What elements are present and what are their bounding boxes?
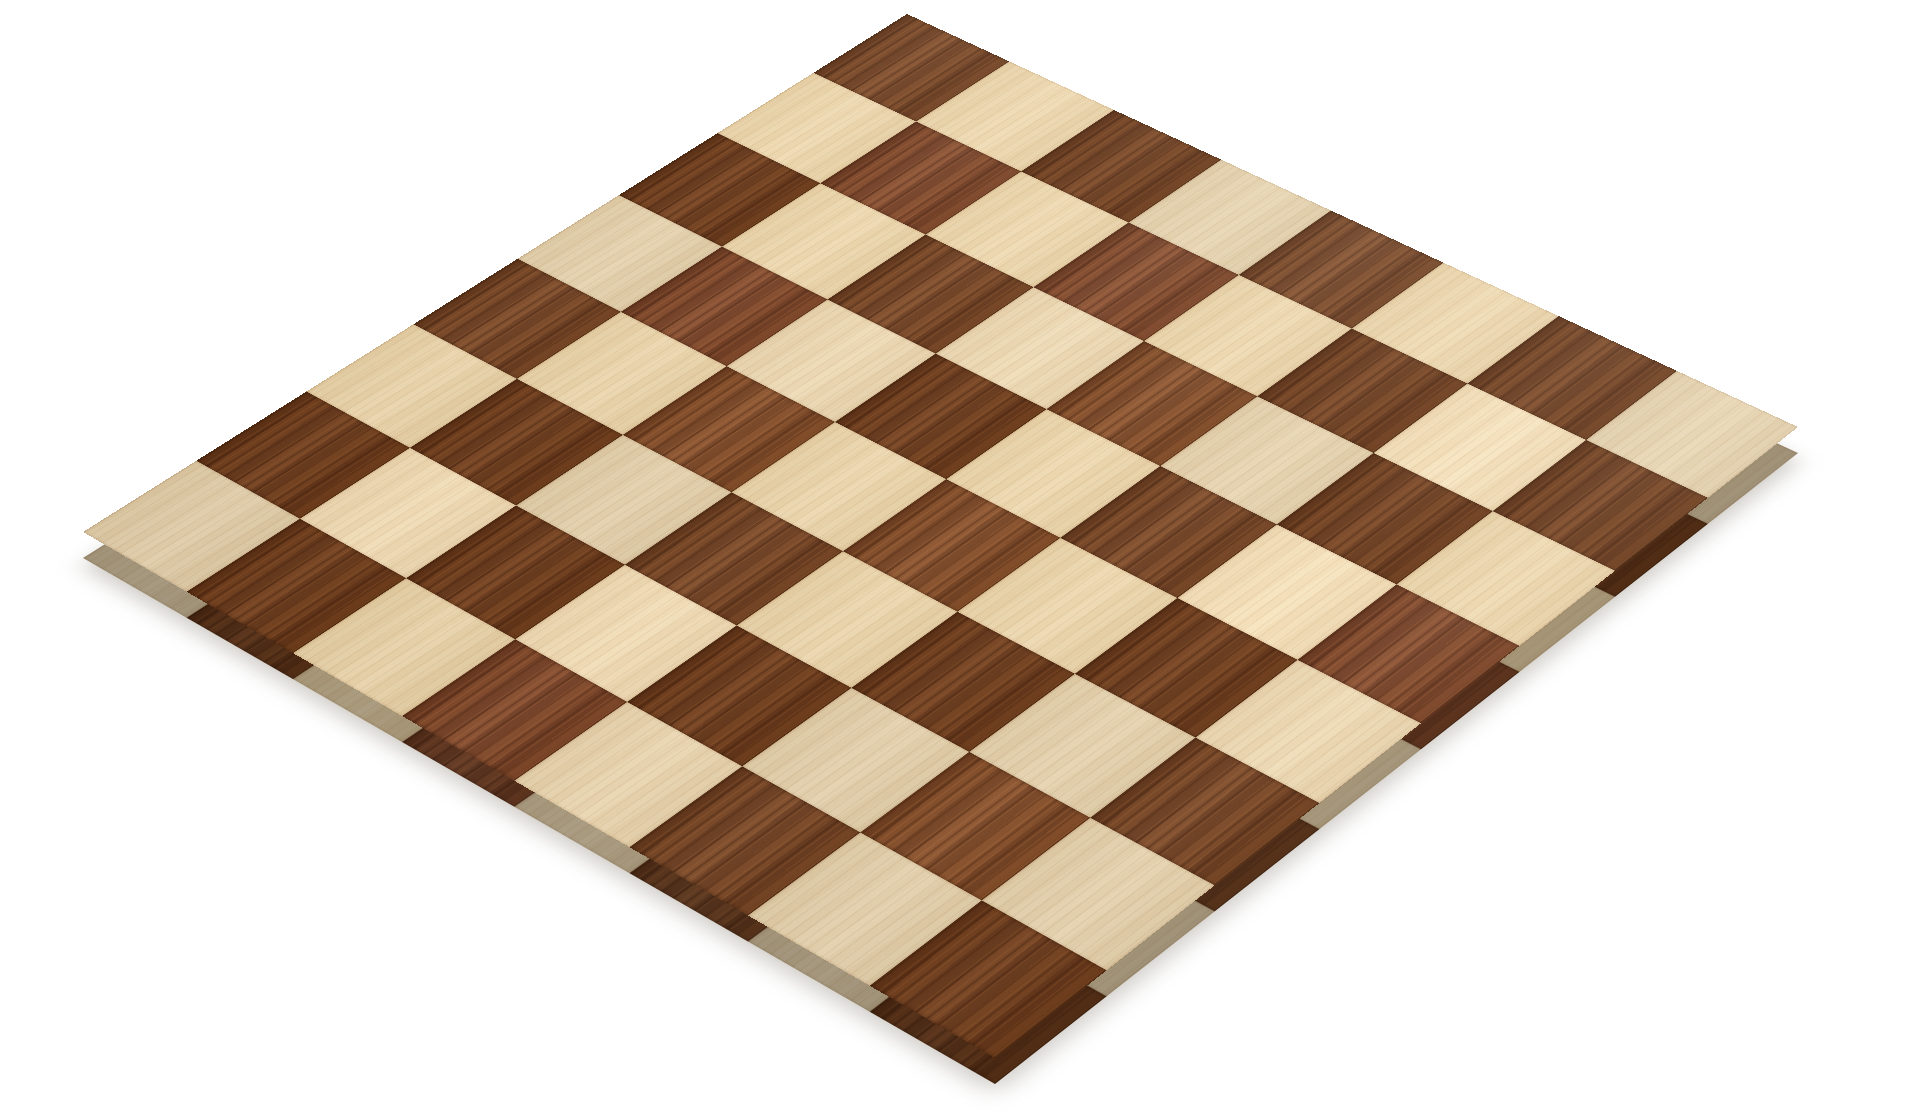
chessboard <box>83 14 1798 1058</box>
photo-scene <box>0 0 1920 1114</box>
